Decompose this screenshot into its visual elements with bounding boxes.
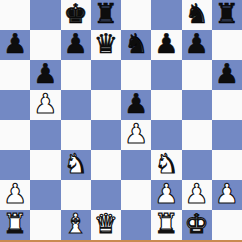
piece-black-rook: ♜ xyxy=(94,0,118,29)
square-g3[interactable] xyxy=(182,150,212,180)
piece-black-knight: ♞ xyxy=(124,30,148,59)
square-e8[interactable] xyxy=(121,0,151,30)
square-c1[interactable]: ♝ xyxy=(61,210,91,240)
square-c3[interactable]: ♞ xyxy=(61,150,91,180)
square-e2[interactable] xyxy=(121,180,151,210)
square-d5[interactable] xyxy=(91,90,121,120)
square-b1[interactable] xyxy=(30,210,60,240)
piece-white-bishop: ♝ xyxy=(64,210,88,239)
square-b5[interactable]: ♟ xyxy=(30,90,60,120)
square-g8[interactable]: ♞ xyxy=(182,0,212,30)
square-b3[interactable] xyxy=(30,150,60,180)
square-e6[interactable] xyxy=(121,60,151,90)
square-c7[interactable]: ♟ xyxy=(61,30,91,60)
square-g1[interactable]: ♚ xyxy=(182,210,212,240)
square-c4[interactable] xyxy=(61,120,91,150)
chess-board: ♚♜♞♜♟♟♛♞♟♟♟♟♟♟♟♞♞♟♟♟♟♜♝♛♜♚ xyxy=(0,0,242,240)
square-a8[interactable] xyxy=(0,0,30,30)
piece-white-pawn: ♟ xyxy=(185,180,209,209)
piece-white-knight: ♞ xyxy=(64,150,88,179)
piece-white-pawn: ♟ xyxy=(215,180,239,209)
piece-black-queen: ♛ xyxy=(94,30,118,59)
piece-black-knight: ♞ xyxy=(185,0,209,29)
square-f7[interactable]: ♟ xyxy=(151,30,181,60)
piece-black-pawn: ♟ xyxy=(3,30,27,59)
square-e4[interactable]: ♟ xyxy=(121,120,151,150)
square-b6[interactable]: ♟ xyxy=(30,60,60,90)
square-c8[interactable]: ♚ xyxy=(61,0,91,30)
piece-black-pawn: ♟ xyxy=(215,60,239,89)
chess-board-wrapper: ♚♜♞♜♟♟♛♞♟♟♟♟♟♟♟♞♞♟♟♟♟♜♝♛♜♚ xyxy=(0,0,242,242)
square-d4[interactable] xyxy=(91,120,121,150)
square-e5[interactable]: ♟ xyxy=(121,90,151,120)
square-c6[interactable] xyxy=(61,60,91,90)
square-d7[interactable]: ♛ xyxy=(91,30,121,60)
piece-white-king: ♚ xyxy=(185,210,209,239)
square-b4[interactable] xyxy=(30,120,60,150)
square-h5[interactable] xyxy=(212,90,242,120)
square-f1[interactable]: ♜ xyxy=(151,210,181,240)
square-h4[interactable] xyxy=(212,120,242,150)
square-h6[interactable]: ♟ xyxy=(212,60,242,90)
square-f2[interactable]: ♟ xyxy=(151,180,181,210)
piece-black-pawn: ♟ xyxy=(124,90,148,119)
piece-white-rook: ♜ xyxy=(154,210,178,239)
square-h3[interactable] xyxy=(212,150,242,180)
square-e1[interactable] xyxy=(121,210,151,240)
square-a4[interactable] xyxy=(0,120,30,150)
square-f3[interactable]: ♞ xyxy=(151,150,181,180)
piece-white-pawn: ♟ xyxy=(33,90,57,119)
piece-white-pawn: ♟ xyxy=(124,120,148,149)
square-g4[interactable] xyxy=(182,120,212,150)
square-h2[interactable]: ♟ xyxy=(212,180,242,210)
square-d1[interactable]: ♛ xyxy=(91,210,121,240)
square-d6[interactable] xyxy=(91,60,121,90)
piece-black-rook: ♜ xyxy=(215,0,239,29)
square-e7[interactable]: ♞ xyxy=(121,30,151,60)
piece-black-pawn: ♟ xyxy=(64,30,88,59)
square-f6[interactable] xyxy=(151,60,181,90)
square-g5[interactable] xyxy=(182,90,212,120)
square-a2[interactable]: ♟ xyxy=(0,180,30,210)
piece-black-pawn: ♟ xyxy=(33,60,57,89)
square-f5[interactable] xyxy=(151,90,181,120)
piece-white-queen: ♛ xyxy=(94,210,118,239)
square-b8[interactable] xyxy=(30,0,60,30)
square-a7[interactable]: ♟ xyxy=(0,30,30,60)
piece-black-king: ♚ xyxy=(64,0,88,29)
square-c5[interactable] xyxy=(61,90,91,120)
piece-white-pawn: ♟ xyxy=(154,180,178,209)
square-a3[interactable] xyxy=(0,150,30,180)
square-d2[interactable] xyxy=(91,180,121,210)
piece-black-pawn: ♟ xyxy=(154,30,178,59)
square-a5[interactable] xyxy=(0,90,30,120)
piece-white-pawn: ♟ xyxy=(3,180,27,209)
square-a1[interactable]: ♜ xyxy=(0,210,30,240)
piece-white-rook: ♜ xyxy=(3,210,27,239)
square-a6[interactable] xyxy=(0,60,30,90)
square-h1[interactable] xyxy=(212,210,242,240)
piece-white-knight: ♞ xyxy=(154,150,178,179)
square-g7[interactable]: ♟ xyxy=(182,30,212,60)
square-d8[interactable]: ♜ xyxy=(91,0,121,30)
square-b2[interactable] xyxy=(30,180,60,210)
square-c2[interactable] xyxy=(61,180,91,210)
square-f8[interactable] xyxy=(151,0,181,30)
square-g2[interactable]: ♟ xyxy=(182,180,212,210)
square-h7[interactable] xyxy=(212,30,242,60)
square-e3[interactable] xyxy=(121,150,151,180)
square-g6[interactable] xyxy=(182,60,212,90)
square-b7[interactable] xyxy=(30,30,60,60)
piece-black-pawn: ♟ xyxy=(185,30,209,59)
square-h8[interactable]: ♜ xyxy=(212,0,242,30)
square-d3[interactable] xyxy=(91,150,121,180)
square-f4[interactable] xyxy=(151,120,181,150)
